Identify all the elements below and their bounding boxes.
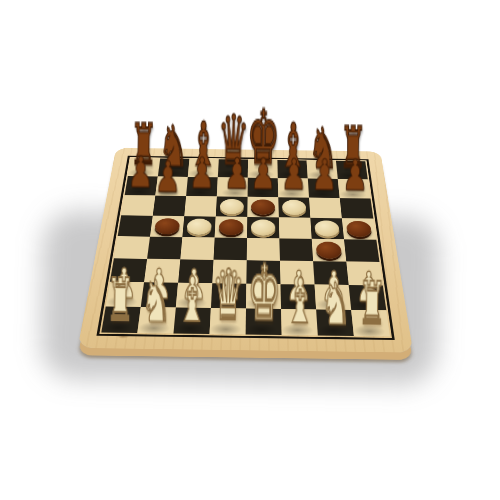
square-h4[interactable] [344,239,379,262]
square-d1[interactable]: ♛ [210,308,246,335]
checker-dark-disc-h5[interactable] [346,221,372,237]
square-b5[interactable] [150,216,184,238]
square-h6[interactable] [340,198,374,219]
checker-dark-disc-e6[interactable] [251,199,275,215]
square-c4[interactable] [180,237,214,260]
square-b7[interactable]: ♟ [155,177,187,196]
checker-dark-disc-d5[interactable] [219,219,244,235]
square-c5[interactable] [182,216,215,238]
product-photo-scene: ♜♞♝♛♚♝♞♜♟♟♟♟♟♟♟♟♟♟♟♟♟♟♟♟♜♞♝♛♚♝♞♜ [0,0,500,500]
square-d6[interactable] [216,196,248,216]
square-d5[interactable] [215,216,248,238]
checker-dark-disc-b5[interactable] [154,218,180,234]
piece-white-knight-b1[interactable]: ♞ [140,272,172,331]
square-f5[interactable] [279,217,312,239]
square-e7[interactable]: ♟ [248,178,279,198]
square-a7[interactable]: ♟ [125,176,158,195]
piece-white-knight-g1[interactable]: ♞ [320,274,352,333]
square-c1[interactable]: ♝ [173,307,210,334]
checker-light-disc-g5[interactable] [314,220,340,236]
square-b4[interactable] [147,237,182,260]
square-a5[interactable] [118,215,153,236]
playing-area-frame: ♜♞♝♛♚♝♞♜♟♟♟♟♟♟♟♟♟♟♟♟♟♟♟♟♜♞♝♛♚♝♞♜ [96,156,394,340]
piece-white-king-e1[interactable]: ♚ [247,254,282,332]
square-h5[interactable] [342,218,377,240]
piece-white-rook-a1[interactable]: ♜ [106,271,134,330]
wooden-board-frame: ♜♞♝♛♚♝♞♜♟♟♟♟♟♟♟♟♟♟♟♟♟♟♟♟♜♞♝♛♚♝♞♜ [78,148,414,353]
checker-light-disc-c5[interactable] [186,219,211,235]
checker-light-disc-f6[interactable] [282,200,306,216]
square-f6[interactable] [278,197,310,217]
square-g1[interactable]: ♞ [316,309,354,336]
square-f7[interactable]: ♟ [278,178,309,198]
piece-white-rook-h1[interactable]: ♜ [358,274,386,333]
square-a1[interactable]: ♜ [101,306,141,333]
square-a4[interactable] [114,236,150,259]
piece-white-bishop-f1[interactable]: ♝ [285,270,315,332]
square-e6[interactable] [247,197,279,217]
piece-black-pawn-g7[interactable]: ♟ [311,153,338,196]
square-b1[interactable]: ♞ [137,307,175,334]
square-e1[interactable]: ♚ [246,308,282,335]
checker-dark-disc-g4[interactable] [316,242,342,259]
piece-black-pawn-b7[interactable]: ♟ [154,155,181,198]
square-e5[interactable] [247,217,279,239]
square-c7[interactable]: ♟ [186,177,218,196]
checker-light-disc-d6[interactable] [220,199,244,215]
checker-light-disc-e5[interactable] [251,219,276,235]
square-c6[interactable] [184,196,217,216]
piece-black-pawn-f7[interactable]: ♟ [280,153,307,196]
piece-black-pawn-e7[interactable]: ♟ [250,152,277,195]
square-f4[interactable] [279,238,313,261]
square-b6[interactable] [153,196,186,216]
square-g5[interactable] [310,218,344,240]
square-d7[interactable]: ♟ [217,177,248,196]
square-h7[interactable]: ♟ [338,179,371,199]
square-g7[interactable]: ♟ [308,179,340,199]
square-a6[interactable] [121,195,155,215]
square-f1[interactable]: ♝ [281,309,318,336]
piece-black-pawn-a7[interactable]: ♟ [127,150,154,193]
square-h1[interactable]: ♜ [351,310,390,337]
board-grid: ♜♞♝♛♚♝♞♜♟♟♟♟♟♟♟♟♟♟♟♟♟♟♟♟♜♞♝♛♚♝♞♜ [101,158,390,337]
chess-board: ♜♞♝♛♚♝♞♜♟♟♟♟♟♟♟♟♟♟♟♟♟♟♟♟♜♞♝♛♚♝♞♜ [78,148,414,353]
piece-white-bishop-c1[interactable]: ♝ [177,269,207,331]
piece-black-pawn-h7[interactable]: ♟ [342,153,369,196]
piece-white-queen-d1[interactable]: ♛ [212,261,245,332]
piece-black-pawn-d7[interactable]: ♟ [224,152,251,195]
square-g4[interactable] [312,239,347,262]
square-g6[interactable] [309,198,342,219]
piece-black-pawn-c7[interactable]: ♟ [189,151,216,194]
